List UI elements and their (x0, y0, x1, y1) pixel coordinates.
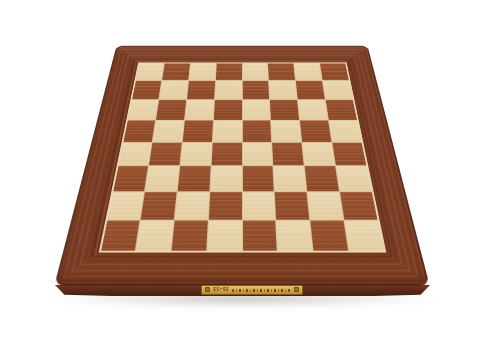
brass-plaque: 55*55 (201, 285, 303, 296)
square-c8 (189, 63, 216, 80)
square-c7 (187, 81, 215, 99)
square-b8 (162, 63, 190, 80)
square-a8 (136, 63, 165, 80)
square-d4 (211, 142, 241, 165)
square-b1 (136, 220, 173, 250)
plaque-inscription (232, 289, 291, 292)
board-grid (101, 63, 383, 250)
square-g4 (302, 142, 335, 165)
square-b5 (153, 120, 184, 141)
square-c5 (183, 120, 213, 141)
square-e3 (242, 166, 273, 191)
square-h7 (323, 81, 353, 99)
square-d7 (215, 81, 242, 99)
square-a5 (123, 120, 155, 141)
square-h2 (340, 192, 377, 219)
square-g1 (310, 220, 347, 250)
chessboard (54, 46, 430, 286)
square-d5 (213, 120, 242, 141)
square-a7 (132, 81, 162, 99)
square-c1 (172, 220, 208, 250)
square-g8 (294, 63, 322, 80)
square-a3 (113, 166, 148, 191)
square-f4 (272, 142, 303, 165)
square-f3 (274, 166, 307, 191)
plaque-emblem-right-icon (294, 287, 299, 292)
square-e1 (243, 220, 277, 250)
square-f8 (268, 63, 295, 80)
square-h3 (336, 166, 371, 191)
square-d3 (210, 166, 241, 191)
square-g7 (296, 81, 325, 99)
square-e8 (242, 63, 268, 80)
maple-inlay-border (98, 62, 385, 252)
square-c4 (180, 142, 211, 165)
square-h8 (320, 63, 349, 80)
square-b3 (145, 166, 179, 191)
square-d6 (214, 100, 242, 120)
square-h6 (326, 100, 357, 120)
square-b4 (149, 142, 182, 165)
square-b2 (141, 192, 177, 219)
square-g5 (300, 120, 331, 141)
square-c3 (178, 166, 211, 191)
square-e4 (242, 142, 272, 165)
square-h1 (344, 220, 383, 250)
square-e2 (242, 192, 275, 219)
square-f6 (270, 100, 299, 120)
square-a2 (107, 192, 144, 219)
square-d2 (209, 192, 242, 219)
square-d1 (207, 220, 241, 250)
square-h5 (329, 120, 361, 141)
square-g6 (298, 100, 328, 120)
square-e6 (242, 100, 270, 120)
square-f1 (276, 220, 312, 250)
square-a6 (128, 100, 159, 120)
plaque-size-label: 55*55 (213, 287, 229, 292)
square-d8 (216, 63, 242, 80)
square-c6 (185, 100, 214, 120)
square-e5 (242, 120, 271, 141)
square-f2 (275, 192, 309, 219)
square-f7 (269, 81, 297, 99)
plaque-emblem-left-icon (205, 287, 210, 292)
square-a1 (101, 220, 140, 250)
square-h4 (332, 142, 366, 165)
square-b7 (159, 81, 188, 99)
square-a4 (118, 142, 152, 165)
square-e7 (242, 81, 269, 99)
square-g2 (307, 192, 343, 219)
product-photo-scene: 55*55 (0, 0, 480, 350)
square-f5 (271, 120, 301, 141)
square-c2 (175, 192, 209, 219)
square-b6 (156, 100, 186, 120)
square-g3 (305, 166, 339, 191)
